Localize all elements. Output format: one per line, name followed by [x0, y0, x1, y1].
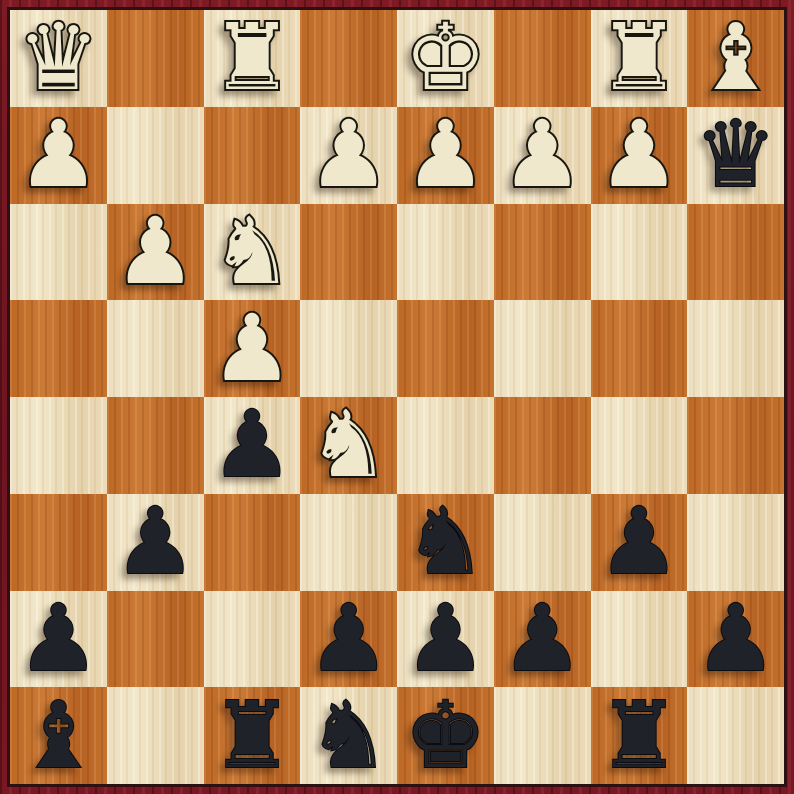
square-c2[interactable]: [204, 591, 301, 688]
square-h1[interactable]: [687, 687, 784, 784]
black-knight-d1[interactable]: ♞: [307, 688, 389, 784]
square-a8[interactable]: ♛: [10, 10, 107, 107]
square-e4[interactable]: [397, 397, 494, 494]
square-f7[interactable]: ♟: [494, 107, 591, 204]
square-c3[interactable]: [204, 494, 301, 591]
square-d5[interactable]: [300, 300, 397, 397]
square-b8[interactable]: [107, 10, 204, 107]
square-h2[interactable]: ♟: [687, 591, 784, 688]
black-bishop-a1[interactable]: ♝: [17, 688, 99, 784]
white-bishop-h8[interactable]: ♝: [694, 10, 776, 106]
square-g7[interactable]: ♟: [591, 107, 688, 204]
square-d3[interactable]: [300, 494, 397, 591]
square-e1[interactable]: ♚: [397, 687, 494, 784]
square-e6[interactable]: [397, 204, 494, 301]
square-a1[interactable]: ♝: [10, 687, 107, 784]
white-pawn-e7[interactable]: ♟: [404, 107, 486, 203]
square-b4[interactable]: [107, 397, 204, 494]
square-e8[interactable]: ♚: [397, 10, 494, 107]
black-pawn-f2[interactable]: ♟: [501, 591, 583, 687]
square-h8[interactable]: ♝: [687, 10, 784, 107]
square-d2[interactable]: ♟: [300, 591, 397, 688]
square-c8[interactable]: ♜: [204, 10, 301, 107]
square-d6[interactable]: [300, 204, 397, 301]
square-f3[interactable]: [494, 494, 591, 591]
square-h7[interactable]: ♛: [687, 107, 784, 204]
square-f1[interactable]: [494, 687, 591, 784]
square-c1[interactable]: ♜: [204, 687, 301, 784]
black-pawn-c4[interactable]: ♟: [211, 397, 293, 493]
white-pawn-d7[interactable]: ♟: [307, 107, 389, 203]
square-d8[interactable]: [300, 10, 397, 107]
black-rook-c1[interactable]: ♜: [211, 688, 293, 784]
square-d7[interactable]: ♟: [300, 107, 397, 204]
square-b2[interactable]: [107, 591, 204, 688]
square-c5[interactable]: ♟: [204, 300, 301, 397]
square-f4[interactable]: [494, 397, 591, 494]
white-knight-d4[interactable]: ♞: [307, 397, 389, 493]
black-king-e1[interactable]: ♚: [404, 688, 486, 784]
square-b5[interactable]: [107, 300, 204, 397]
square-b1[interactable]: [107, 687, 204, 784]
square-a3[interactable]: [10, 494, 107, 591]
square-b6[interactable]: ♟: [107, 204, 204, 301]
square-e3[interactable]: ♞: [397, 494, 494, 591]
white-rook-g8[interactable]: ♜: [598, 10, 680, 106]
white-queen-a8[interactable]: ♛: [17, 10, 99, 106]
square-a5[interactable]: [10, 300, 107, 397]
square-f6[interactable]: [494, 204, 591, 301]
square-e2[interactable]: ♟: [397, 591, 494, 688]
black-pawn-d2[interactable]: ♟: [307, 591, 389, 687]
square-a4[interactable]: [10, 397, 107, 494]
white-king-e8[interactable]: ♚: [404, 10, 486, 106]
black-pawn-g3[interactable]: ♟: [598, 494, 680, 590]
square-c7[interactable]: [204, 107, 301, 204]
square-a6[interactable]: [10, 204, 107, 301]
black-pawn-a2[interactable]: ♟: [17, 591, 99, 687]
square-e7[interactable]: ♟: [397, 107, 494, 204]
square-g4[interactable]: [591, 397, 688, 494]
board-frame: ♛♜♚♜♝♟♟♟♟♟♛♟♞♟♟♞♟♞♟♟♟♟♟♟♝♜♞♚♜: [0, 0, 794, 794]
square-e5[interactable]: [397, 300, 494, 397]
square-a2[interactable]: ♟: [10, 591, 107, 688]
white-pawn-f7[interactable]: ♟: [501, 107, 583, 203]
square-b7[interactable]: [107, 107, 204, 204]
square-c6[interactable]: ♞: [204, 204, 301, 301]
square-f5[interactable]: [494, 300, 591, 397]
black-queen-h7[interactable]: ♛: [694, 107, 776, 203]
white-pawn-c5[interactable]: ♟: [211, 301, 293, 397]
square-a7[interactable]: ♟: [10, 107, 107, 204]
white-pawn-g7[interactable]: ♟: [598, 107, 680, 203]
black-rook-g1[interactable]: ♜: [598, 688, 680, 784]
square-h6[interactable]: [687, 204, 784, 301]
white-pawn-a7[interactable]: ♟: [17, 107, 99, 203]
square-g2[interactable]: [591, 591, 688, 688]
black-pawn-b3[interactable]: ♟: [114, 494, 196, 590]
black-knight-e3[interactable]: ♞: [404, 494, 486, 590]
black-pawn-e2[interactable]: ♟: [404, 591, 486, 687]
white-knight-c6[interactable]: ♞: [211, 204, 293, 300]
square-g1[interactable]: ♜: [591, 687, 688, 784]
square-b3[interactable]: ♟: [107, 494, 204, 591]
square-d4[interactable]: ♞: [300, 397, 397, 494]
square-d1[interactable]: ♞: [300, 687, 397, 784]
black-pawn-h2[interactable]: ♟: [694, 591, 776, 687]
square-h5[interactable]: [687, 300, 784, 397]
square-c4[interactable]: ♟: [204, 397, 301, 494]
white-pawn-b6[interactable]: ♟: [114, 204, 196, 300]
square-f8[interactable]: [494, 10, 591, 107]
square-g8[interactable]: ♜: [591, 10, 688, 107]
square-f2[interactable]: ♟: [494, 591, 591, 688]
white-rook-c8[interactable]: ♜: [211, 10, 293, 106]
square-g3[interactable]: ♟: [591, 494, 688, 591]
square-h4[interactable]: [687, 397, 784, 494]
square-g6[interactable]: [591, 204, 688, 301]
chess-board: ♛♜♚♜♝♟♟♟♟♟♛♟♞♟♟♞♟♞♟♟♟♟♟♟♝♜♞♚♜: [10, 10, 784, 784]
square-h3[interactable]: [687, 494, 784, 591]
square-g5[interactable]: [591, 300, 688, 397]
